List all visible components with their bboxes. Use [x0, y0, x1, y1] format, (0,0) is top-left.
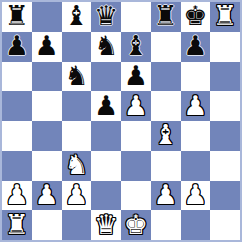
black-pawn[interactable]: ♟: [94, 92, 118, 119]
square-f6[interactable]: [151, 62, 181, 92]
square-h5[interactable]: [210, 91, 240, 121]
square-c4[interactable]: [62, 121, 92, 151]
square-e6[interactable]: ♟: [121, 62, 151, 92]
square-c7[interactable]: [62, 32, 92, 62]
square-e1[interactable]: ♚: [121, 210, 151, 240]
white-pawn[interactable]: ♟: [154, 181, 178, 208]
square-f7[interactable]: [151, 32, 181, 62]
square-c3[interactable]: ♞: [62, 151, 92, 181]
square-c1[interactable]: [62, 210, 92, 240]
square-b6[interactable]: [32, 62, 62, 92]
white-bishop[interactable]: ♝: [154, 121, 178, 148]
square-d5[interactable]: ♟: [91, 91, 121, 121]
square-f1[interactable]: [151, 210, 181, 240]
white-king[interactable]: ♚: [124, 211, 148, 238]
white-pawn[interactable]: ♟: [35, 181, 59, 208]
square-e5[interactable]: ♟: [121, 91, 151, 121]
square-a5[interactable]: [2, 91, 32, 121]
square-b8[interactable]: [32, 2, 62, 32]
black-rook[interactable]: ♜: [154, 2, 178, 29]
square-g4[interactable]: [181, 121, 211, 151]
black-pawn[interactable]: ♟: [183, 32, 207, 59]
square-f3[interactable]: [151, 151, 181, 181]
square-g3[interactable]: [181, 151, 211, 181]
square-e7[interactable]: ♝: [121, 32, 151, 62]
square-d2[interactable]: [91, 181, 121, 211]
white-pawn[interactable]: ♟: [5, 181, 29, 208]
square-d6[interactable]: [91, 62, 121, 92]
square-f2[interactable]: ♟: [151, 181, 181, 211]
square-d4[interactable]: [91, 121, 121, 151]
square-b1[interactable]: [32, 210, 62, 240]
square-c5[interactable]: [62, 91, 92, 121]
square-d8[interactable]: ♛: [91, 2, 121, 32]
square-c8[interactable]: ♝: [62, 2, 92, 32]
square-g6[interactable]: [181, 62, 211, 92]
black-pawn[interactable]: ♟: [5, 32, 29, 59]
square-b4[interactable]: [32, 121, 62, 151]
square-a7[interactable]: ♟: [2, 32, 32, 62]
square-a1[interactable]: ♜: [2, 210, 32, 240]
square-g8[interactable]: ♚: [181, 2, 211, 32]
black-bishop[interactable]: ♝: [124, 32, 148, 59]
square-f8[interactable]: ♜: [151, 2, 181, 32]
square-a2[interactable]: ♟: [2, 181, 32, 211]
square-h3[interactable]: [210, 151, 240, 181]
square-a8[interactable]: ♜: [2, 2, 32, 32]
square-b5[interactable]: [32, 91, 62, 121]
black-pawn[interactable]: ♟: [35, 32, 59, 59]
square-e2[interactable]: [121, 181, 151, 211]
square-b3[interactable]: [32, 151, 62, 181]
square-h6[interactable]: [210, 62, 240, 92]
square-h8[interactable]: ♜: [210, 2, 240, 32]
square-e8[interactable]: [121, 2, 151, 32]
square-b2[interactable]: ♟: [32, 181, 62, 211]
square-g2[interactable]: ♟: [181, 181, 211, 211]
square-h4[interactable]: [210, 121, 240, 151]
square-h2[interactable]: [210, 181, 240, 211]
square-h1[interactable]: [210, 210, 240, 240]
square-f5[interactable]: [151, 91, 181, 121]
square-a6[interactable]: [2, 62, 32, 92]
black-knight[interactable]: ♞: [94, 32, 118, 59]
square-h7[interactable]: [210, 32, 240, 62]
white-pawn[interactable]: ♟: [124, 92, 148, 119]
square-a4[interactable]: [2, 121, 32, 151]
black-rook[interactable]: ♜: [5, 2, 29, 29]
chess-board: ♜♝♛♜♚♜♟♟♞♝♟♞♟♟♟♟♝♞♟♟♟♟♟♜♛♚: [0, 0, 242, 242]
chess-board-grid: ♜♝♛♜♚♜♟♟♞♝♟♞♟♟♟♟♝♞♟♟♟♟♟♜♛♚: [2, 2, 240, 240]
white-rook[interactable]: ♜: [213, 2, 237, 29]
square-g5[interactable]: ♟: [181, 91, 211, 121]
square-e4[interactable]: [121, 121, 151, 151]
white-pawn[interactable]: ♟: [183, 92, 207, 119]
square-g1[interactable]: [181, 210, 211, 240]
square-f4[interactable]: ♝: [151, 121, 181, 151]
square-c2[interactable]: ♟: [62, 181, 92, 211]
white-knight[interactable]: ♞: [64, 151, 88, 178]
black-bishop[interactable]: ♝: [64, 2, 88, 29]
square-a3[interactable]: [2, 151, 32, 181]
white-rook[interactable]: ♜: [5, 211, 29, 238]
white-pawn[interactable]: ♟: [64, 181, 88, 208]
white-queen[interactable]: ♛: [94, 211, 118, 238]
black-pawn[interactable]: ♟: [124, 62, 148, 89]
square-b7[interactable]: ♟: [32, 32, 62, 62]
square-d7[interactable]: ♞: [91, 32, 121, 62]
white-pawn[interactable]: ♟: [183, 181, 207, 208]
square-c6[interactable]: ♞: [62, 62, 92, 92]
square-d3[interactable]: [91, 151, 121, 181]
black-king[interactable]: ♚: [183, 2, 207, 29]
square-e3[interactable]: [121, 151, 151, 181]
black-knight[interactable]: ♞: [64, 62, 88, 89]
square-g7[interactable]: ♟: [181, 32, 211, 62]
black-queen[interactable]: ♛: [94, 2, 118, 29]
square-d1[interactable]: ♛: [91, 210, 121, 240]
